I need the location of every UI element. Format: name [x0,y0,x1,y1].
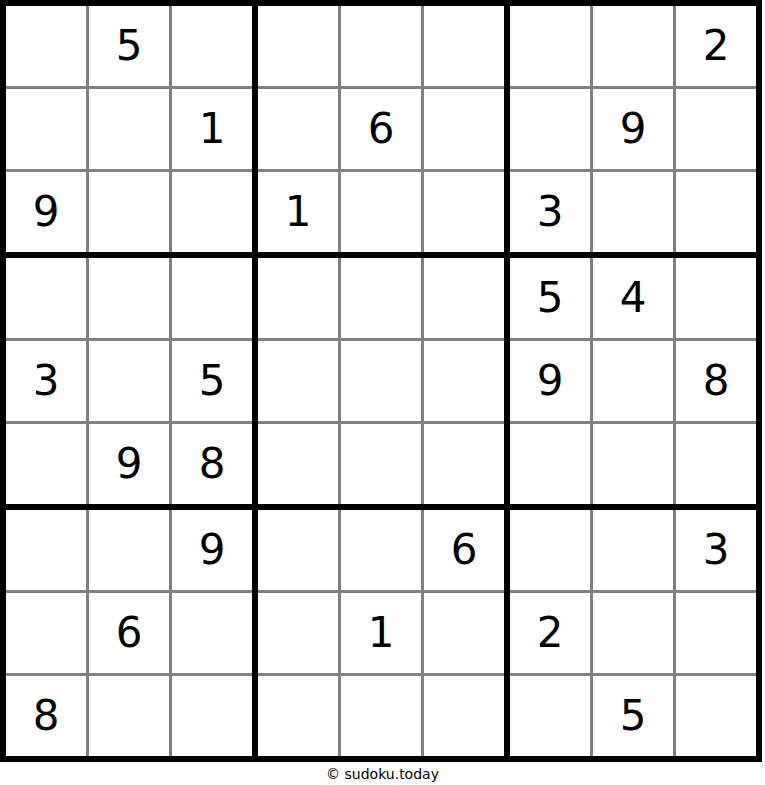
cell-r7c4[interactable] [258,510,338,590]
box-7: 968 [6,510,252,756]
cell-r5c4[interactable] [258,341,338,421]
cell-r3c1[interactable]: 9 [6,172,86,252]
cell-r4c4[interactable] [258,258,338,338]
cell-r7c7[interactable] [510,510,590,590]
cell-r8c6[interactable] [424,593,504,673]
cell-r9c7[interactable] [510,676,590,756]
cell-r8c5[interactable]: 1 [341,593,421,673]
cell-r1c8[interactable] [593,6,673,86]
cell-r4c3[interactable] [172,258,252,338]
cell-r6c8[interactable] [593,424,673,504]
cell-r9c8[interactable]: 5 [593,676,673,756]
cell-r5c3[interactable]: 5 [172,341,252,421]
cell-r3c3[interactable] [172,172,252,252]
box-9: 325 [510,510,756,756]
cell-r7c3[interactable]: 9 [172,510,252,590]
cell-r4c9[interactable] [676,258,756,338]
box-1: 519 [6,6,252,252]
cell-r5c9[interactable]: 8 [676,341,756,421]
cell-r1c5[interactable] [341,6,421,86]
cell-r7c2[interactable] [89,510,169,590]
cell-r1c2[interactable]: 5 [89,6,169,86]
cell-r5c2[interactable] [89,341,169,421]
cell-r6c2[interactable]: 9 [89,424,169,504]
cell-r6c9[interactable] [676,424,756,504]
box-4: 3598 [6,258,252,504]
cell-r5c8[interactable] [593,341,673,421]
cell-r3c9[interactable] [676,172,756,252]
box-2: 61 [258,6,504,252]
cell-r8c1[interactable] [6,593,86,673]
cell-r6c3[interactable]: 8 [172,424,252,504]
cell-r9c9[interactable] [676,676,756,756]
cell-r1c9[interactable]: 2 [676,6,756,86]
cell-r7c5[interactable] [341,510,421,590]
box-6: 5498 [510,258,756,504]
cell-r4c2[interactable] [89,258,169,338]
cell-r3c2[interactable] [89,172,169,252]
cell-r8c4[interactable] [258,593,338,673]
cell-r4c5[interactable] [341,258,421,338]
cell-r1c4[interactable] [258,6,338,86]
cell-r2c6[interactable] [424,89,504,169]
cell-r8c7[interactable]: 2 [510,593,590,673]
cell-r6c1[interactable] [6,424,86,504]
cell-r9c1[interactable]: 8 [6,676,86,756]
cell-r4c6[interactable] [424,258,504,338]
cell-r4c1[interactable] [6,258,86,338]
cell-r9c2[interactable] [89,676,169,756]
cell-r2c4[interactable] [258,89,338,169]
cell-r9c6[interactable] [424,676,504,756]
cell-r4c7[interactable]: 5 [510,258,590,338]
cell-r9c3[interactable] [172,676,252,756]
cell-r2c2[interactable] [89,89,169,169]
cell-r6c4[interactable] [258,424,338,504]
box-5 [258,258,504,504]
cell-r9c5[interactable] [341,676,421,756]
cell-r7c9[interactable]: 3 [676,510,756,590]
cell-r2c7[interactable] [510,89,590,169]
cell-r3c5[interactable] [341,172,421,252]
cell-r2c9[interactable] [676,89,756,169]
cell-r1c3[interactable] [172,6,252,86]
cell-r5c7[interactable]: 9 [510,341,590,421]
cell-r6c5[interactable] [341,424,421,504]
cell-r5c6[interactable] [424,341,504,421]
cell-r3c6[interactable] [424,172,504,252]
cell-r2c8[interactable]: 9 [593,89,673,169]
cell-r5c1[interactable]: 3 [6,341,86,421]
cell-r8c2[interactable]: 6 [89,593,169,673]
box-3: 293 [510,6,756,252]
cell-r9c4[interactable] [258,676,338,756]
cell-r7c1[interactable] [6,510,86,590]
cell-r4c8[interactable]: 4 [593,258,673,338]
cell-r8c9[interactable] [676,593,756,673]
cell-r1c1[interactable] [6,6,86,86]
cell-r3c4[interactable]: 1 [258,172,338,252]
cell-r6c7[interactable] [510,424,590,504]
cell-r5c5[interactable] [341,341,421,421]
cell-r2c1[interactable] [6,89,86,169]
cell-r8c3[interactable] [172,593,252,673]
sudoku-page: 519612933598549896861325 © sudoku.today [0,0,765,785]
box-8: 61 [258,510,504,756]
cell-r7c8[interactable] [593,510,673,590]
sudoku-board: 519612933598549896861325 [0,0,762,762]
cell-r7c6[interactable]: 6 [424,510,504,590]
cell-r2c3[interactable]: 1 [172,89,252,169]
cell-r6c6[interactable] [424,424,504,504]
cell-r3c7[interactable]: 3 [510,172,590,252]
credit-footer: © sudoku.today [0,762,765,785]
cell-r1c7[interactable] [510,6,590,86]
cell-r8c8[interactable] [593,593,673,673]
cell-r2c5[interactable]: 6 [341,89,421,169]
cell-r1c6[interactable] [424,6,504,86]
cell-r3c8[interactable] [593,172,673,252]
